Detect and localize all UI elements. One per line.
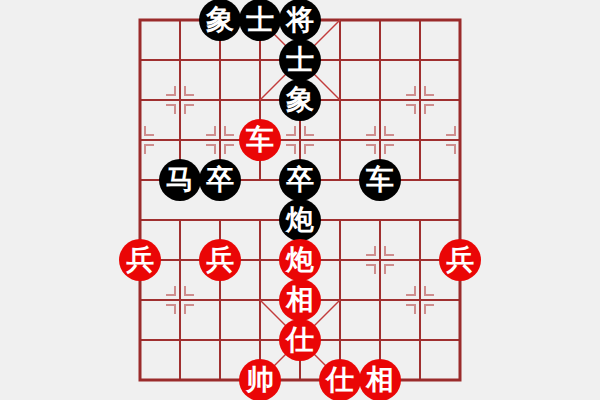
piece-red-advisor[interactable]: 仕	[279, 319, 321, 361]
piece-black-advisor[interactable]: 士	[239, 0, 281, 41]
piece-red-advisor[interactable]: 仕	[319, 359, 361, 400]
piece-black-advisor[interactable]: 士	[279, 39, 321, 81]
piece-red-elephant[interactable]: 相	[359, 359, 401, 400]
piece-red-general[interactable]: 帅	[239, 359, 281, 400]
piece-red-cannon[interactable]: 炮	[279, 239, 321, 281]
piece-black-cannon[interactable]: 炮	[279, 199, 321, 241]
piece-black-chariot[interactable]: 车	[359, 159, 401, 201]
piece-red-soldier[interactable]: 兵	[119, 239, 161, 281]
piece-black-elephant[interactable]: 象	[199, 0, 241, 41]
pieces-grid: 象士将士象车马卒卒车炮兵兵炮兵相仕帅仕相	[120, 0, 480, 400]
piece-black-soldier[interactable]: 卒	[199, 159, 241, 201]
xiangqi-board: 象士将士象车马卒卒车炮兵兵炮兵相仕帅仕相	[0, 0, 600, 400]
piece-black-elephant[interactable]: 象	[279, 79, 321, 121]
piece-black-horse[interactable]: 马	[159, 159, 201, 201]
piece-red-soldier[interactable]: 兵	[199, 239, 241, 281]
piece-red-elephant[interactable]: 相	[279, 279, 321, 321]
piece-black-soldier[interactable]: 卒	[279, 159, 321, 201]
piece-black-general[interactable]: 将	[279, 0, 321, 41]
piece-red-soldier[interactable]: 兵	[439, 239, 481, 281]
piece-red-chariot[interactable]: 车	[239, 119, 281, 161]
